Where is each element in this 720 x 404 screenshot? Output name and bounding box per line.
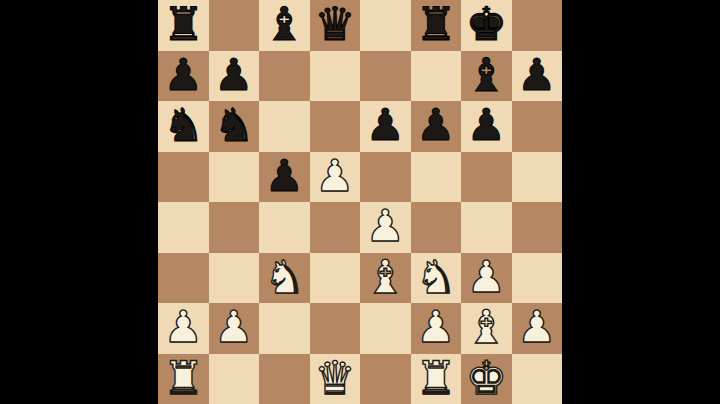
letterbox-right (562, 0, 720, 404)
square-g4[interactable] (461, 202, 512, 253)
square-a4[interactable] (158, 202, 209, 253)
white-pawn[interactable]: ♟ (214, 305, 253, 349)
square-a8[interactable]: ♜ (158, 0, 209, 51)
square-f7[interactable] (411, 51, 462, 102)
square-h6[interactable] (512, 101, 563, 152)
square-h5[interactable] (512, 152, 563, 203)
white-knight[interactable]: ♞ (264, 254, 305, 300)
black-pawn[interactable]: ♟ (517, 53, 556, 97)
black-king[interactable]: ♚ (466, 1, 507, 47)
square-d1[interactable]: ♛ (310, 354, 361, 404)
square-d7[interactable] (310, 51, 361, 102)
square-b1[interactable] (209, 354, 260, 404)
square-e4[interactable]: ♟ (360, 202, 411, 253)
square-a2[interactable]: ♟ (158, 303, 209, 354)
square-a1[interactable]: ♜ (158, 354, 209, 404)
square-d8[interactable]: ♛ (310, 0, 361, 51)
square-d6[interactable] (310, 101, 361, 152)
chess-board: ♜♝♛♜♚♟♟♝♟♞♞♟♟♟♟♟♟♞♝♞♟♟♟♟♝♟♜♛♜♚ (158, 0, 562, 404)
black-knight[interactable]: ♞ (163, 102, 204, 148)
square-f4[interactable] (411, 202, 462, 253)
square-h1[interactable] (512, 354, 563, 404)
square-b8[interactable] (209, 0, 260, 51)
square-e8[interactable] (360, 0, 411, 51)
white-pawn[interactable]: ♟ (315, 154, 354, 198)
square-e6[interactable]: ♟ (360, 101, 411, 152)
square-h2[interactable]: ♟ (512, 303, 563, 354)
square-f6[interactable]: ♟ (411, 101, 462, 152)
square-c7[interactable] (259, 51, 310, 102)
square-g8[interactable]: ♚ (461, 0, 512, 51)
black-pawn[interactable]: ♟ (164, 53, 203, 97)
square-d5[interactable]: ♟ (310, 152, 361, 203)
black-pawn[interactable]: ♟ (214, 53, 253, 97)
white-bishop[interactable]: ♝ (466, 304, 507, 350)
square-d4[interactable] (310, 202, 361, 253)
white-bishop[interactable]: ♝ (365, 254, 406, 300)
square-f2[interactable]: ♟ (411, 303, 462, 354)
square-f1[interactable]: ♜ (411, 354, 462, 404)
white-queen[interactable]: ♛ (314, 355, 355, 401)
square-h8[interactable] (512, 0, 563, 51)
square-b5[interactable] (209, 152, 260, 203)
square-f8[interactable]: ♜ (411, 0, 462, 51)
square-e5[interactable] (360, 152, 411, 203)
white-pawn[interactable]: ♟ (416, 305, 455, 349)
square-d3[interactable] (310, 253, 361, 304)
black-rook[interactable]: ♜ (163, 1, 204, 47)
square-f5[interactable] (411, 152, 462, 203)
square-h4[interactable] (512, 202, 563, 253)
square-e2[interactable] (360, 303, 411, 354)
black-pawn[interactable]: ♟ (467, 103, 506, 147)
square-g7[interactable]: ♝ (461, 51, 512, 102)
white-knight[interactable]: ♞ (415, 254, 456, 300)
square-a6[interactable]: ♞ (158, 101, 209, 152)
white-pawn[interactable]: ♟ (517, 305, 556, 349)
white-pawn[interactable]: ♟ (467, 255, 506, 299)
white-pawn[interactable]: ♟ (366, 204, 405, 248)
square-g6[interactable]: ♟ (461, 101, 512, 152)
square-g2[interactable]: ♝ (461, 303, 512, 354)
square-g1[interactable]: ♚ (461, 354, 512, 404)
black-queen[interactable]: ♛ (314, 1, 355, 47)
square-b4[interactable] (209, 202, 260, 253)
square-e1[interactable] (360, 354, 411, 404)
black-pawn[interactable]: ♟ (416, 103, 455, 147)
white-rook[interactable]: ♜ (163, 355, 204, 401)
square-g3[interactable]: ♟ (461, 253, 512, 304)
black-rook[interactable]: ♜ (415, 1, 456, 47)
black-pawn[interactable]: ♟ (366, 103, 405, 147)
black-knight[interactable]: ♞ (213, 102, 254, 148)
square-a3[interactable] (158, 253, 209, 304)
square-c8[interactable]: ♝ (259, 0, 310, 51)
square-c5[interactable]: ♟ (259, 152, 310, 203)
white-pawn[interactable]: ♟ (164, 305, 203, 349)
square-f3[interactable]: ♞ (411, 253, 462, 304)
video-frame: ♜♝♛♜♚♟♟♝♟♞♞♟♟♟♟♟♟♞♝♞♟♟♟♟♝♟♜♛♜♚ (0, 0, 720, 404)
square-b7[interactable]: ♟ (209, 51, 260, 102)
square-b6[interactable]: ♞ (209, 101, 260, 152)
square-a7[interactable]: ♟ (158, 51, 209, 102)
black-bishop[interactable]: ♝ (264, 1, 305, 47)
white-rook[interactable]: ♜ (415, 355, 456, 401)
white-king[interactable]: ♚ (466, 355, 507, 401)
square-e7[interactable] (360, 51, 411, 102)
square-c4[interactable] (259, 202, 310, 253)
black-pawn[interactable]: ♟ (265, 154, 304, 198)
black-bishop[interactable]: ♝ (466, 52, 507, 98)
square-c6[interactable] (259, 101, 310, 152)
square-e3[interactable]: ♝ (360, 253, 411, 304)
square-c3[interactable]: ♞ (259, 253, 310, 304)
square-d2[interactable] (310, 303, 361, 354)
square-g5[interactable] (461, 152, 512, 203)
square-h3[interactable] (512, 253, 563, 304)
square-b3[interactable] (209, 253, 260, 304)
square-c2[interactable] (259, 303, 310, 354)
letterbox-left (0, 0, 158, 404)
square-h7[interactable]: ♟ (512, 51, 563, 102)
square-b2[interactable]: ♟ (209, 303, 260, 354)
square-a5[interactable] (158, 152, 209, 203)
square-c1[interactable] (259, 354, 310, 404)
